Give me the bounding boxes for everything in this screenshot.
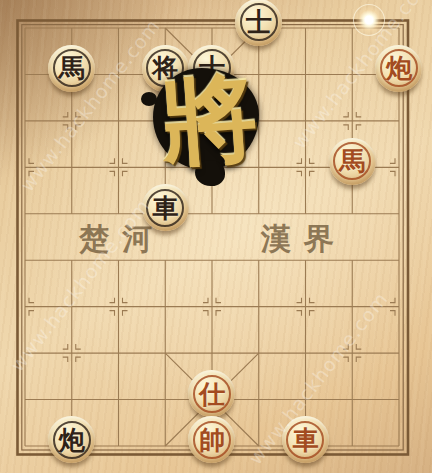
piece-glyph: 馬 [339, 148, 365, 174]
piece-red-cannon[interactable]: 炮 [375, 45, 422, 92]
piece-black-cannon[interactable]: 炮 [48, 416, 95, 463]
piece-red-general[interactable]: 帥 [188, 416, 235, 463]
piece-glyph: 車 [152, 195, 178, 221]
piece-red-advisor[interactable]: 仕 [188, 370, 235, 417]
piece-glyph: 仕 [199, 381, 225, 407]
piece-red-chariot[interactable]: 車 [282, 416, 329, 463]
piece-glyph: 炮 [59, 427, 85, 453]
piece-glyph: 馬 [59, 55, 85, 81]
piece-glyph: 士 [246, 9, 272, 35]
sparkle-effect-icon [353, 4, 385, 36]
check-banner-character: 將 [150, 60, 268, 179]
piece-glyph: 帥 [199, 427, 225, 453]
piece-black-chariot[interactable]: 車 [142, 184, 189, 231]
piece-glyph: 車 [292, 427, 318, 453]
piece-glyph: 炮 [386, 55, 412, 81]
piece-red-horse[interactable]: 馬 [329, 138, 376, 185]
piece-black-advisor[interactable]: 士 [235, 0, 282, 46]
piece-black-horse[interactable]: 馬 [48, 45, 95, 92]
xiangqi-board: 楚河 漢界 www.hackhome.com www.hackhome.com … [0, 0, 432, 473]
